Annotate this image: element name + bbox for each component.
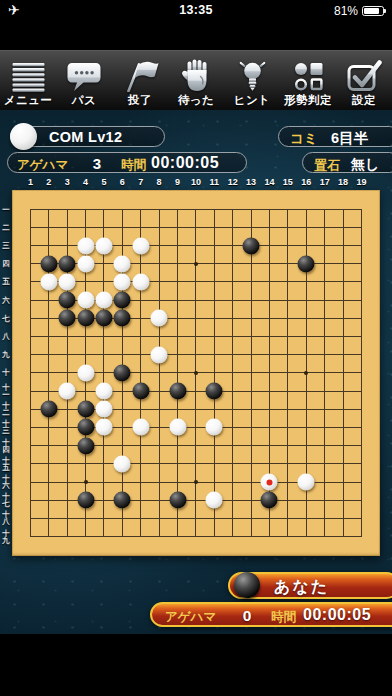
intersection-7-13[interactable] (132, 418, 150, 436)
intersection-15-1[interactable] (279, 200, 297, 218)
intersection-2-8[interactable] (40, 327, 58, 345)
intersection-2-5[interactable] (40, 273, 58, 291)
intersection-4-19[interactable] (76, 527, 94, 545)
intersection-1-7[interactable] (21, 309, 39, 327)
intersection-3-15[interactable] (58, 455, 76, 473)
intersection-7-6[interactable] (132, 291, 150, 309)
intersection-13-14[interactable] (242, 437, 260, 455)
intersection-3-2[interactable] (58, 218, 76, 236)
intersection-10-17[interactable] (187, 491, 205, 509)
intersection-17-2[interactable] (315, 218, 333, 236)
intersection-1-19[interactable] (21, 527, 39, 545)
intersection-4-15[interactable] (76, 455, 94, 473)
intersection-10-14[interactable] (187, 437, 205, 455)
intersection-18-1[interactable] (334, 200, 352, 218)
intersection-18-16[interactable] (334, 473, 352, 491)
intersection-1-11[interactable] (21, 382, 39, 400)
intersection-15-13[interactable] (279, 418, 297, 436)
intersection-4-12[interactable] (76, 400, 94, 418)
intersection-9-3[interactable] (168, 236, 186, 254)
intersection-15-2[interactable] (279, 218, 297, 236)
intersection-13-7[interactable] (242, 309, 260, 327)
intersection-16-19[interactable] (297, 527, 315, 545)
intersection-1-4[interactable] (21, 255, 39, 273)
intersection-18-3[interactable] (334, 236, 352, 254)
intersection-9-18[interactable] (168, 509, 186, 527)
intersection-13-13[interactable] (242, 418, 260, 436)
intersection-5-4[interactable] (95, 255, 113, 273)
intersection-4-3[interactable] (76, 236, 94, 254)
toolbar-button-judgement[interactable]: 形勢判定 (280, 51, 336, 111)
intersection-13-4[interactable] (242, 255, 260, 273)
intersection-2-2[interactable] (40, 218, 58, 236)
intersection-12-14[interactable] (223, 437, 241, 455)
intersection-18-19[interactable] (334, 527, 352, 545)
intersection-2-15[interactable] (40, 455, 58, 473)
intersection-7-5[interactable] (132, 273, 150, 291)
intersection-14-7[interactable] (260, 309, 278, 327)
intersection-14-14[interactable] (260, 437, 278, 455)
intersection-15-9[interactable] (279, 346, 297, 364)
intersection-18-4[interactable] (334, 255, 352, 273)
intersection-14-5[interactable] (260, 273, 278, 291)
intersection-9-9[interactable] (168, 346, 186, 364)
intersection-11-17[interactable] (205, 491, 223, 509)
intersection-8-16[interactable] (150, 473, 168, 491)
intersection-11-5[interactable] (205, 273, 223, 291)
intersection-13-16[interactable] (242, 473, 260, 491)
intersection-12-11[interactable] (223, 382, 241, 400)
intersection-12-4[interactable] (223, 255, 241, 273)
intersection-19-9[interactable] (352, 346, 370, 364)
intersection-11-16[interactable] (205, 473, 223, 491)
intersection-10-2[interactable] (187, 218, 205, 236)
intersection-14-18[interactable] (260, 509, 278, 527)
intersection-19-1[interactable] (352, 200, 370, 218)
intersection-2-4[interactable] (40, 255, 58, 273)
intersection-9-13[interactable] (168, 418, 186, 436)
intersection-4-4[interactable] (76, 255, 94, 273)
intersection-19-17[interactable] (352, 491, 370, 509)
intersection-3-17[interactable] (58, 491, 76, 509)
intersection-19-3[interactable] (352, 236, 370, 254)
intersection-9-11[interactable] (168, 382, 186, 400)
intersection-16-5[interactable] (297, 273, 315, 291)
intersection-3-14[interactable] (58, 437, 76, 455)
intersection-1-1[interactable] (21, 200, 39, 218)
intersection-4-8[interactable] (76, 327, 94, 345)
intersection-16-7[interactable] (297, 309, 315, 327)
intersection-5-16[interactable] (95, 473, 113, 491)
intersection-6-18[interactable] (113, 509, 131, 527)
intersection-16-12[interactable] (297, 400, 315, 418)
intersection-9-19[interactable] (168, 527, 186, 545)
intersection-17-1[interactable] (315, 200, 333, 218)
intersection-4-2[interactable] (76, 218, 94, 236)
intersection-5-10[interactable] (95, 364, 113, 382)
intersection-3-6[interactable] (58, 291, 76, 309)
intersection-2-3[interactable] (40, 236, 58, 254)
intersection-13-5[interactable] (242, 273, 260, 291)
intersection-7-4[interactable] (132, 255, 150, 273)
intersection-5-2[interactable] (95, 218, 113, 236)
intersection-8-11[interactable] (150, 382, 168, 400)
intersection-18-12[interactable] (334, 400, 352, 418)
intersection-11-13[interactable] (205, 418, 223, 436)
intersection-11-9[interactable] (205, 346, 223, 364)
intersection-10-15[interactable] (187, 455, 205, 473)
intersection-17-3[interactable] (315, 236, 333, 254)
intersection-10-9[interactable] (187, 346, 205, 364)
intersection-1-5[interactable] (21, 273, 39, 291)
intersection-4-17[interactable] (76, 491, 94, 509)
intersection-5-13[interactable] (95, 418, 113, 436)
intersection-19-12[interactable] (352, 400, 370, 418)
intersection-16-10[interactable] (297, 364, 315, 382)
intersection-10-8[interactable] (187, 327, 205, 345)
intersection-7-10[interactable] (132, 364, 150, 382)
intersection-18-13[interactable] (334, 418, 352, 436)
intersection-16-3[interactable] (297, 236, 315, 254)
intersection-8-6[interactable] (150, 291, 168, 309)
intersection-3-16[interactable] (58, 473, 76, 491)
intersection-1-14[interactable] (21, 437, 39, 455)
intersection-3-11[interactable] (58, 382, 76, 400)
intersection-12-17[interactable] (223, 491, 241, 509)
intersection-14-15[interactable] (260, 455, 278, 473)
intersection-1-2[interactable] (21, 218, 39, 236)
intersection-18-18[interactable] (334, 509, 352, 527)
intersection-4-1[interactable] (76, 200, 94, 218)
intersection-4-10[interactable] (76, 364, 94, 382)
intersection-3-3[interactable] (58, 236, 76, 254)
intersection-10-18[interactable] (187, 509, 205, 527)
intersection-19-14[interactable] (352, 437, 370, 455)
intersection-7-19[interactable] (132, 527, 150, 545)
intersection-1-8[interactable] (21, 327, 39, 345)
intersection-15-6[interactable] (279, 291, 297, 309)
intersection-5-19[interactable] (95, 527, 113, 545)
intersection-16-11[interactable] (297, 382, 315, 400)
intersection-9-6[interactable] (168, 291, 186, 309)
intersection-12-12[interactable] (223, 400, 241, 418)
intersection-17-10[interactable] (315, 364, 333, 382)
intersection-2-1[interactable] (40, 200, 58, 218)
intersection-18-2[interactable] (334, 218, 352, 236)
intersection-6-17[interactable] (113, 491, 131, 509)
intersection-16-9[interactable] (297, 346, 315, 364)
intersection-5-8[interactable] (95, 327, 113, 345)
intersection-9-1[interactable] (168, 200, 186, 218)
intersection-4-18[interactable] (76, 509, 94, 527)
intersection-3-8[interactable] (58, 327, 76, 345)
intersection-7-9[interactable] (132, 346, 150, 364)
intersection-7-2[interactable] (132, 218, 150, 236)
intersection-2-17[interactable] (40, 491, 58, 509)
intersection-2-18[interactable] (40, 509, 58, 527)
intersection-3-10[interactable] (58, 364, 76, 382)
intersection-10-19[interactable] (187, 527, 205, 545)
intersection-5-14[interactable] (95, 437, 113, 455)
intersection-14-9[interactable] (260, 346, 278, 364)
intersection-8-15[interactable] (150, 455, 168, 473)
intersection-16-18[interactable] (297, 509, 315, 527)
intersection-6-14[interactable] (113, 437, 131, 455)
intersection-19-10[interactable] (352, 364, 370, 382)
intersection-15-11[interactable] (279, 382, 297, 400)
intersection-5-12[interactable] (95, 400, 113, 418)
intersection-7-3[interactable] (132, 236, 150, 254)
intersection-4-7[interactable] (76, 309, 94, 327)
intersection-1-16[interactable] (21, 473, 39, 491)
intersection-10-10[interactable] (187, 364, 205, 382)
intersection-8-13[interactable] (150, 418, 168, 436)
intersection-19-11[interactable] (352, 382, 370, 400)
intersection-7-1[interactable] (132, 200, 150, 218)
intersection-5-18[interactable] (95, 509, 113, 527)
intersection-9-12[interactable] (168, 400, 186, 418)
intersection-17-11[interactable] (315, 382, 333, 400)
intersection-8-8[interactable] (150, 327, 168, 345)
intersection-3-7[interactable] (58, 309, 76, 327)
intersection-15-18[interactable] (279, 509, 297, 527)
toolbar-button-pass[interactable]: パス (56, 51, 112, 111)
intersection-9-5[interactable] (168, 273, 186, 291)
intersection-19-2[interactable] (352, 218, 370, 236)
intersection-15-14[interactable] (279, 437, 297, 455)
intersection-17-6[interactable] (315, 291, 333, 309)
intersection-4-11[interactable] (76, 382, 94, 400)
intersection-8-9[interactable] (150, 346, 168, 364)
intersection-8-17[interactable] (150, 491, 168, 509)
intersection-19-15[interactable] (352, 455, 370, 473)
intersection-7-14[interactable] (132, 437, 150, 455)
intersection-9-10[interactable] (168, 364, 186, 382)
intersection-12-13[interactable] (223, 418, 241, 436)
intersection-11-10[interactable] (205, 364, 223, 382)
intersection-18-15[interactable] (334, 455, 352, 473)
intersection-12-16[interactable] (223, 473, 241, 491)
intersection-5-11[interactable] (95, 382, 113, 400)
intersection-17-7[interactable] (315, 309, 333, 327)
intersection-19-7[interactable] (352, 309, 370, 327)
intersection-4-5[interactable] (76, 273, 94, 291)
intersection-19-19[interactable] (352, 527, 370, 545)
intersection-8-1[interactable] (150, 200, 168, 218)
intersection-16-4[interactable] (297, 255, 315, 273)
intersection-13-17[interactable] (242, 491, 260, 509)
intersection-3-4[interactable] (58, 255, 76, 273)
intersection-17-15[interactable] (315, 455, 333, 473)
intersection-13-10[interactable] (242, 364, 260, 382)
intersection-4-9[interactable] (76, 346, 94, 364)
intersection-14-8[interactable] (260, 327, 278, 345)
intersection-10-12[interactable] (187, 400, 205, 418)
intersection-17-12[interactable] (315, 400, 333, 418)
intersection-11-12[interactable] (205, 400, 223, 418)
intersection-11-2[interactable] (205, 218, 223, 236)
intersection-8-18[interactable] (150, 509, 168, 527)
intersection-15-19[interactable] (279, 527, 297, 545)
intersection-6-8[interactable] (113, 327, 131, 345)
intersection-13-18[interactable] (242, 509, 260, 527)
intersection-16-17[interactable] (297, 491, 315, 509)
intersection-13-12[interactable] (242, 400, 260, 418)
intersection-14-12[interactable] (260, 400, 278, 418)
intersection-14-13[interactable] (260, 418, 278, 436)
intersection-19-5[interactable] (352, 273, 370, 291)
intersection-2-6[interactable] (40, 291, 58, 309)
intersection-3-19[interactable] (58, 527, 76, 545)
intersection-5-5[interactable] (95, 273, 113, 291)
intersection-10-4[interactable] (187, 255, 205, 273)
intersection-6-4[interactable] (113, 255, 131, 273)
intersection-8-19[interactable] (150, 527, 168, 545)
intersection-16-16[interactable] (297, 473, 315, 491)
intersection-9-14[interactable] (168, 437, 186, 455)
intersection-17-9[interactable] (315, 346, 333, 364)
intersection-19-6[interactable] (352, 291, 370, 309)
intersection-6-12[interactable] (113, 400, 131, 418)
intersection-8-14[interactable] (150, 437, 168, 455)
intersection-6-11[interactable] (113, 382, 131, 400)
intersection-1-17[interactable] (21, 491, 39, 509)
intersection-6-1[interactable] (113, 200, 131, 218)
intersection-15-7[interactable] (279, 309, 297, 327)
intersection-9-8[interactable] (168, 327, 186, 345)
intersection-10-1[interactable] (187, 200, 205, 218)
intersection-11-8[interactable] (205, 327, 223, 345)
intersection-17-17[interactable] (315, 491, 333, 509)
intersection-13-3[interactable] (242, 236, 260, 254)
intersection-7-11[interactable] (132, 382, 150, 400)
intersection-5-15[interactable] (95, 455, 113, 473)
intersection-17-13[interactable] (315, 418, 333, 436)
intersection-14-10[interactable] (260, 364, 278, 382)
intersection-16-13[interactable] (297, 418, 315, 436)
intersection-13-1[interactable] (242, 200, 260, 218)
intersection-13-9[interactable] (242, 346, 260, 364)
intersection-1-6[interactable] (21, 291, 39, 309)
intersection-9-7[interactable] (168, 309, 186, 327)
intersection-13-2[interactable] (242, 218, 260, 236)
intersection-11-4[interactable] (205, 255, 223, 273)
intersection-2-10[interactable] (40, 364, 58, 382)
intersection-15-12[interactable] (279, 400, 297, 418)
intersection-6-5[interactable] (113, 273, 131, 291)
intersection-2-7[interactable] (40, 309, 58, 327)
intersection-8-10[interactable] (150, 364, 168, 382)
intersection-19-13[interactable] (352, 418, 370, 436)
intersection-17-8[interactable] (315, 327, 333, 345)
intersection-9-2[interactable] (168, 218, 186, 236)
intersection-5-6[interactable] (95, 291, 113, 309)
intersection-17-18[interactable] (315, 509, 333, 527)
intersection-14-1[interactable] (260, 200, 278, 218)
intersection-12-7[interactable] (223, 309, 241, 327)
intersection-16-1[interactable] (297, 200, 315, 218)
intersection-7-16[interactable] (132, 473, 150, 491)
toolbar-button-settings[interactable]: 設定 (336, 51, 392, 111)
intersection-4-6[interactable] (76, 291, 94, 309)
intersection-18-9[interactable] (334, 346, 352, 364)
intersection-18-17[interactable] (334, 491, 352, 509)
intersection-6-16[interactable] (113, 473, 131, 491)
toolbar-button-hint[interactable]: ヒント (224, 51, 280, 111)
intersection-9-17[interactable] (168, 491, 186, 509)
intersection-10-3[interactable] (187, 236, 205, 254)
intersection-8-7[interactable] (150, 309, 168, 327)
intersection-6-9[interactable] (113, 346, 131, 364)
intersection-14-3[interactable] (260, 236, 278, 254)
intersection-6-7[interactable] (113, 309, 131, 327)
intersection-7-17[interactable] (132, 491, 150, 509)
intersection-15-4[interactable] (279, 255, 297, 273)
intersection-2-12[interactable] (40, 400, 58, 418)
intersection-11-6[interactable] (205, 291, 223, 309)
intersection-6-3[interactable] (113, 236, 131, 254)
intersection-16-15[interactable] (297, 455, 315, 473)
intersection-1-18[interactable] (21, 509, 39, 527)
intersection-5-1[interactable] (95, 200, 113, 218)
intersection-18-5[interactable] (334, 273, 352, 291)
intersection-4-13[interactable] (76, 418, 94, 436)
intersection-14-17[interactable] (260, 491, 278, 509)
intersection-8-3[interactable] (150, 236, 168, 254)
intersection-18-7[interactable] (334, 309, 352, 327)
intersection-18-10[interactable] (334, 364, 352, 382)
intersection-2-14[interactable] (40, 437, 58, 455)
intersection-13-19[interactable] (242, 527, 260, 545)
intersection-11-15[interactable] (205, 455, 223, 473)
intersection-14-19[interactable] (260, 527, 278, 545)
intersection-3-5[interactable] (58, 273, 76, 291)
intersection-13-8[interactable] (242, 327, 260, 345)
intersection-12-18[interactable] (223, 509, 241, 527)
intersection-10-7[interactable] (187, 309, 205, 327)
intersection-11-7[interactable] (205, 309, 223, 327)
intersection-2-19[interactable] (40, 527, 58, 545)
intersection-12-5[interactable] (223, 273, 241, 291)
intersection-11-1[interactable] (205, 200, 223, 218)
intersection-18-6[interactable] (334, 291, 352, 309)
toolbar-button-undo[interactable]: 待った (168, 51, 224, 111)
intersection-11-11[interactable] (205, 382, 223, 400)
intersection-7-15[interactable] (132, 455, 150, 473)
intersection-16-8[interactable] (297, 327, 315, 345)
intersection-12-1[interactable] (223, 200, 241, 218)
intersection-8-2[interactable] (150, 218, 168, 236)
intersection-9-4[interactable] (168, 255, 186, 273)
intersection-3-18[interactable] (58, 509, 76, 527)
intersection-7-12[interactable] (132, 400, 150, 418)
intersection-12-6[interactable] (223, 291, 241, 309)
intersection-14-16[interactable] (260, 473, 278, 491)
intersection-12-8[interactable] (223, 327, 241, 345)
intersection-17-14[interactable] (315, 437, 333, 455)
intersection-19-4[interactable] (352, 255, 370, 273)
intersection-12-9[interactable] (223, 346, 241, 364)
intersection-2-16[interactable] (40, 473, 58, 491)
intersection-1-15[interactable] (21, 455, 39, 473)
intersection-3-13[interactable] (58, 418, 76, 436)
intersection-15-16[interactable] (279, 473, 297, 491)
intersection-1-10[interactable] (21, 364, 39, 382)
intersection-6-19[interactable] (113, 527, 131, 545)
intersection-14-2[interactable] (260, 218, 278, 236)
intersection-6-10[interactable] (113, 364, 131, 382)
intersection-17-4[interactable] (315, 255, 333, 273)
